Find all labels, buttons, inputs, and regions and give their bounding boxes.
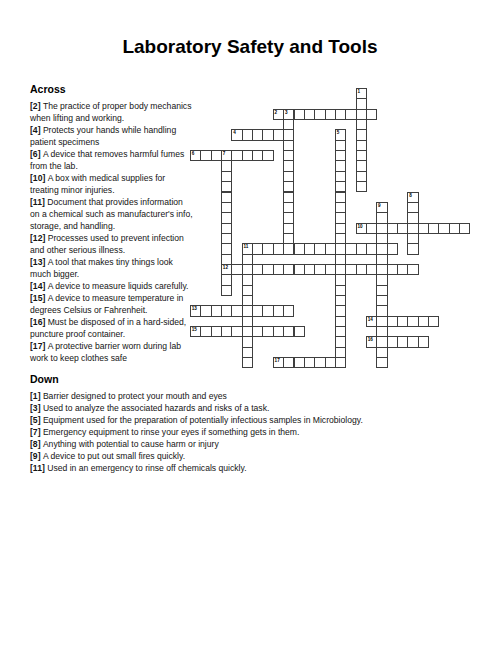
across-clue-6: [6] A device that removes harmful fumes … (30, 148, 193, 172)
grid-cell-r12-c21 (407, 212, 418, 223)
grid-cell-r14-c14 (335, 233, 346, 244)
cell-number-5: 5 (337, 130, 340, 135)
cell-number-7: 7 (223, 151, 226, 156)
across-clue-16: [16] Must be disposed of in a hard-sided… (30, 316, 193, 340)
grid-cell-r13-c26 (459, 223, 470, 234)
page: Laboratory Safety and Tools 234671011121… (0, 0, 500, 647)
across-clue-13: [13] A tool that makes tiny things look … (30, 256, 193, 280)
grid-cell-r26-c5 (242, 357, 253, 368)
grid-cell-r16-c18 (376, 254, 387, 265)
cell-number-17: 17 (275, 358, 280, 363)
across-clue-2: [2] The practice of proper body mechanic… (30, 100, 193, 124)
grid-cell-r14-c18 (376, 233, 387, 244)
across-clue-17: [17] A protective barrier worn during la… (30, 340, 193, 364)
grid-cell-r15-c19 (387, 243, 398, 254)
grid-cell-r2-c17 (366, 109, 377, 120)
grid-cell-r14-c9 (283, 233, 294, 244)
across-clue-10: [10] A box with medical supplies for tre… (30, 172, 193, 196)
across-clue-14: [14] A device to measure liquids careful… (30, 280, 193, 292)
grid-cell-r15-c21 (407, 243, 418, 254)
down-clue-11: [11] Used in an emergency to rinse off c… (30, 462, 482, 474)
grid-cell-r17-c21 (407, 264, 418, 275)
grid-cell-r23-c10 (294, 326, 305, 337)
grid-cell-r9-c16 (356, 181, 367, 192)
across-clue-11: [11] Document that provides information … (30, 196, 193, 232)
down-heading: Down (30, 373, 482, 386)
grid-cell-r20-c5 (242, 295, 253, 306)
grid-cell-r19-c3 (221, 285, 232, 296)
grid-cell-r22-c5 (242, 316, 253, 327)
down-clues-section: Down [1] Barrier designed to protect you… (30, 373, 482, 474)
cell-number-1: 1 (357, 89, 360, 94)
cell-number-14: 14 (368, 317, 373, 322)
down-clue-list: [1] Barrier designed to protect your mou… (30, 390, 482, 474)
grid-cell-r6-c7 (262, 150, 273, 161)
down-clue-9: [9] A device to put out small fires quic… (30, 450, 482, 462)
page-title: Laboratory Safety and Tools (0, 36, 500, 58)
grid-cell-r16-c3 (221, 254, 232, 265)
cell-number-12: 12 (223, 265, 228, 270)
grid-cell-r12-c18 (376, 212, 387, 223)
across-clue-12: [12] Processes used to prevent infection… (30, 232, 193, 256)
down-clue-7: [7] Emergency equipment to rinse your ey… (30, 426, 482, 438)
cell-number-9: 9 (378, 203, 381, 208)
cell-number-2: 2 (275, 110, 278, 115)
crossword-grid: 2346710111213141516171589 (190, 88, 471, 369)
cell-number-16: 16 (368, 337, 373, 342)
down-clue-3: [3] Used to analyze the associated hazar… (30, 402, 482, 414)
across-heading: Across (30, 83, 193, 96)
grid-cell-r3-c9 (283, 119, 294, 130)
down-clue-5: [5] Equipment used for the preparation o… (30, 414, 482, 426)
grid-cell-r16-c5 (242, 254, 253, 265)
grid-cell-r21-c18 (376, 305, 387, 316)
down-clue-8: [8] Anything with potential to cause har… (30, 438, 482, 450)
cell-number-10: 10 (357, 224, 362, 229)
grid-cell-r22-c23 (428, 316, 439, 327)
grid-cell-r1-c16 (356, 98, 367, 109)
across-clue-list: [2] The practice of proper body mechanic… (30, 100, 193, 364)
grid-cell-r23-c18 (376, 326, 387, 337)
grid-cell-r25-c14 (335, 347, 346, 358)
across-clues-section: Across [2] The practice of proper body m… (30, 83, 193, 364)
cell-number-3: 3 (285, 110, 288, 115)
grid-cell-r26-c14 (335, 357, 346, 368)
cell-number-8: 8 (409, 193, 412, 198)
grid-cell-r26-c18 (376, 357, 387, 368)
across-clue-4: [4] Protects your hands while handling p… (30, 124, 193, 148)
grid-cell-r21-c9 (283, 305, 294, 316)
grid-cell-r24-c22 (418, 336, 429, 347)
cell-number-4: 4 (233, 130, 236, 135)
grid-cell-r16-c14 (335, 254, 346, 265)
cell-number-11: 11 (244, 244, 249, 249)
across-clue-15: [15] A device to measure temperature in … (30, 292, 193, 316)
down-clue-1: [1] Barrier designed to protect your mou… (30, 390, 482, 402)
